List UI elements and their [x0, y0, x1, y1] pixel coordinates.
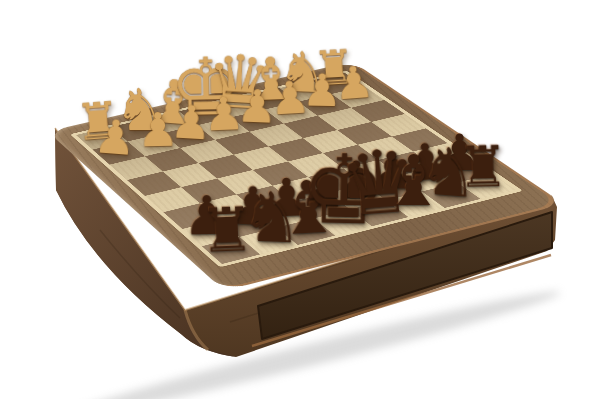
piece-white-pawn-h2[interactable]: ♟	[92, 113, 138, 163]
piece-white-pawn-a2[interactable]: ♟	[333, 60, 376, 107]
chess-set-photo: ♜♞♝♚♛♝♞♜♟♟♟♟♟♟♟♟♟♟♟♟♟♟♟♟♜♞♝♚♛♝♞♜	[0, 0, 600, 399]
piece-black-rook-a8[interactable]: ♜	[457, 139, 509, 196]
